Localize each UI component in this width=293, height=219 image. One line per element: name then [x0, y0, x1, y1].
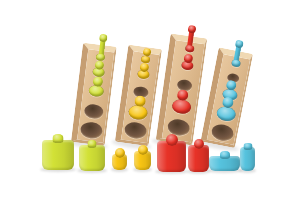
- cylinder-block-yellow: [115, 44, 162, 146]
- red-hole-2: [180, 60, 193, 71]
- loose-cylinder-red-medium[interactable]: [188, 139, 209, 172]
- inserted-cylinder[interactable]: [232, 59, 241, 61]
- cylinder-knob: [138, 145, 148, 155]
- cylinder-body: [42, 140, 74, 170]
- block-front-face: [115, 44, 162, 146]
- inserted-cylinder[interactable]: [185, 44, 194, 45]
- cylinder-body: [240, 147, 255, 171]
- yellow-hole-5: [124, 121, 148, 140]
- cylinder-body: [79, 145, 105, 171]
- lime-hole-4: [84, 103, 105, 119]
- inserted-cylinder[interactable]: [96, 53, 105, 54]
- lime-hole-1: [96, 53, 106, 61]
- inserted-cylinder[interactable]: [173, 99, 192, 102]
- inserted-cylinder[interactable]: [223, 88, 238, 91]
- red-hole-1: [184, 44, 194, 52]
- hole-opening: [124, 121, 148, 140]
- blue-hole-1: [231, 59, 241, 68]
- yellow-hole-4: [128, 104, 149, 121]
- hole-opening: [80, 121, 104, 140]
- block-front-face: [200, 47, 253, 148]
- blue-hole-5: [210, 122, 235, 142]
- cylinder-block-lime: [71, 43, 117, 146]
- loose-cylinder-blue-small[interactable]: [240, 143, 255, 171]
- hole-opening: [210, 122, 235, 142]
- cylinder-knob: [220, 151, 230, 159]
- yellow-hole-2: [137, 69, 150, 80]
- loose-cylinder-lime-large[interactable]: [42, 134, 74, 170]
- inserted-cylinder[interactable]: [182, 60, 194, 62]
- red-hole-4: [171, 99, 192, 116]
- cylinder-block-red: [156, 33, 208, 145]
- toy-photo-scene: [0, 0, 293, 219]
- blue-hole-4: [215, 105, 236, 122]
- loose-cylinder-yellow-small[interactable]: [134, 145, 151, 170]
- loose-cylinder-yellow-tiny[interactable]: [112, 148, 127, 170]
- cylinder-knob: [115, 148, 125, 158]
- inserted-cylinder[interactable]: [142, 55, 151, 56]
- inserted-cylinder[interactable]: [218, 105, 237, 109]
- loose-cylinder-lime-medium[interactable]: [79, 140, 105, 171]
- hole-opening: [84, 103, 105, 119]
- inserted-cylinder[interactable]: [130, 104, 149, 107]
- loose-cylinder-blue-wide-flat[interactable]: [209, 151, 240, 171]
- cylinder-knob: [88, 140, 97, 148]
- cylinder-block-blue: [200, 47, 253, 148]
- inserted-cylinder[interactable]: [138, 69, 150, 71]
- cylinder-knob: [243, 143, 252, 150]
- inserted-cylinder[interactable]: [93, 67, 105, 68]
- cylinder-knob: [194, 139, 204, 149]
- block-front-face: [71, 43, 117, 146]
- cylinder-body: [188, 145, 209, 172]
- cylinder-knob: [53, 134, 64, 143]
- inserted-cylinder[interactable]: [90, 84, 105, 86]
- block-front-face: [156, 33, 208, 145]
- loose-cylinder-red-large[interactable]: [157, 134, 186, 172]
- lime-hole-5: [80, 121, 104, 140]
- cylinder-knob: [166, 134, 178, 146]
- lime-hole-3: [88, 84, 104, 97]
